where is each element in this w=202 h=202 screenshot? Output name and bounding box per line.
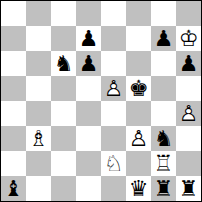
square-f5[interactable]: ♚ [126,76,151,101]
square-b4[interactable] [26,101,51,126]
piece-black-rook[interactable]: ♜ [151,176,176,201]
square-g7[interactable]: ♟ [151,26,176,51]
square-d1[interactable] [76,176,101,201]
square-a7[interactable] [1,26,26,51]
square-h6[interactable]: ♟ [176,51,201,76]
square-e7[interactable] [101,26,126,51]
square-h2[interactable] [176,151,201,176]
square-a1[interactable]: ♝ [1,176,26,201]
square-c4[interactable] [51,101,76,126]
square-a6[interactable] [1,51,26,76]
square-d5[interactable] [76,76,101,101]
square-b2[interactable] [26,151,51,176]
piece-white-pawn[interactable]: ♙ [101,76,126,101]
square-g8[interactable] [151,1,176,26]
square-b7[interactable] [26,26,51,51]
square-a3[interactable] [1,126,26,151]
square-h7[interactable]: ♚♔ [176,26,201,51]
piece-black-rook[interactable]: ♜ [176,176,201,201]
square-c2[interactable] [51,151,76,176]
square-e8[interactable] [101,1,126,26]
square-d2[interactable] [76,151,101,176]
piece-white-bishop[interactable]: ♗ [26,126,51,151]
piece-black-pawn[interactable]: ♟ [151,26,176,51]
square-h8[interactable] [176,1,201,26]
square-a4[interactable] [1,101,26,126]
square-g5[interactable] [151,76,176,101]
square-g1[interactable]: ♜ [151,176,176,201]
piece-black-queen[interactable]: ♛ [126,176,151,201]
square-d6[interactable]: ♟ [76,51,101,76]
square-c1[interactable] [51,176,76,201]
square-f4[interactable] [126,101,151,126]
square-h3[interactable] [176,126,201,151]
square-c6[interactable]: ♞ [51,51,76,76]
square-f6[interactable] [126,51,151,76]
piece-black-knight[interactable]: ♞ [51,51,76,76]
square-c7[interactable] [51,26,76,51]
piece-white-pawn[interactable]: ♙ [126,126,151,151]
square-a8[interactable] [1,1,26,26]
square-f8[interactable] [126,1,151,26]
square-g4[interactable] [151,101,176,126]
square-b8[interactable] [26,1,51,26]
square-b6[interactable] [26,51,51,76]
square-b5[interactable] [26,76,51,101]
square-h1[interactable]: ♜ [176,176,201,201]
square-b3[interactable]: ♝♗ [26,126,51,151]
square-c3[interactable] [51,126,76,151]
square-f1[interactable]: ♛ [126,176,151,201]
square-e2[interactable]: ♞♘ [101,151,126,176]
square-g6[interactable] [151,51,176,76]
square-d4[interactable] [76,101,101,126]
square-f3[interactable]: ♟♙ [126,126,151,151]
square-e3[interactable] [101,126,126,151]
square-e1[interactable] [101,176,126,201]
piece-black-knight[interactable]: ♞ [151,126,176,151]
square-d8[interactable] [76,1,101,26]
square-c5[interactable] [51,76,76,101]
square-c8[interactable] [51,1,76,26]
square-e6[interactable] [101,51,126,76]
square-e4[interactable] [101,101,126,126]
square-g2[interactable]: ♜♖ [151,151,176,176]
piece-black-pawn[interactable]: ♟ [76,26,101,51]
square-d7[interactable]: ♟ [76,26,101,51]
square-d3[interactable] [76,126,101,151]
square-f2[interactable] [126,151,151,176]
piece-white-knight[interactable]: ♘ [101,151,126,176]
piece-black-pawn[interactable]: ♟ [76,51,101,76]
piece-black-pawn[interactable]: ♟ [176,51,201,76]
square-b1[interactable] [26,176,51,201]
square-f7[interactable] [126,26,151,51]
piece-black-king[interactable]: ♚ [126,76,151,101]
square-h4[interactable]: ♟♙ [176,101,201,126]
square-h5[interactable] [176,76,201,101]
piece-white-king[interactable]: ♔ [176,26,201,51]
square-g3[interactable]: ♞ [151,126,176,151]
piece-white-rook[interactable]: ♖ [151,151,176,176]
piece-black-bishop[interactable]: ♝ [1,176,26,201]
chess-board: ♟♟♚♔♞♟♟♟♙♚♟♙♝♗♟♙♞♞♘♜♖♝♛♜♜ [0,0,202,202]
square-a5[interactable] [1,76,26,101]
piece-white-pawn[interactable]: ♙ [176,101,201,126]
square-a2[interactable] [1,151,26,176]
square-e5[interactable]: ♟♙ [101,76,126,101]
